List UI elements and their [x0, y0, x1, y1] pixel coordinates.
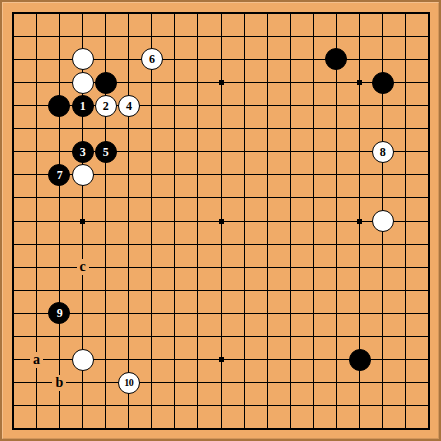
grid-line-horizontal [13, 244, 428, 245]
point-label-a: a [30, 352, 43, 368]
go-board: 12463578910abc [2, 2, 439, 439]
stone-move-number: 8 [380, 146, 386, 158]
white-stone [372, 210, 394, 232]
star-point [219, 219, 224, 224]
stone-move-number: 9 [57, 307, 63, 319]
stone-move-number: 5 [103, 146, 109, 158]
white-stone [72, 349, 94, 371]
white-stone [72, 48, 94, 70]
star-point [357, 80, 362, 85]
black-stone-move-5: 5 [95, 141, 117, 163]
grid-line-horizontal [13, 336, 428, 337]
star-point [80, 219, 85, 224]
grid-line-vertical [405, 13, 406, 428]
star-point [357, 219, 362, 224]
stone-move-number: 10 [124, 378, 133, 388]
grid-line-vertical [244, 13, 245, 428]
grid-line-horizontal [13, 382, 428, 383]
star-point [219, 357, 224, 362]
stone-move-number: 7 [57, 169, 63, 181]
white-stone [72, 72, 94, 94]
stone-move-number: 1 [80, 100, 86, 112]
go-board-frame: 12463578910abc [0, 0, 441, 441]
grid-line-vertical [313, 13, 314, 428]
grid-line-vertical [290, 13, 291, 428]
white-stone [72, 164, 94, 186]
stone-move-number: 4 [126, 100, 132, 112]
white-stone-move-8: 8 [372, 141, 394, 163]
white-stone-move-10: 10 [118, 372, 140, 394]
grid-line-vertical [267, 13, 268, 428]
grid-line-horizontal [13, 313, 428, 314]
grid-line-horizontal [13, 405, 428, 406]
black-stone-move-1: 1 [72, 95, 94, 117]
stone-move-number: 2 [103, 100, 109, 112]
grid-line-vertical [336, 13, 337, 428]
black-stone-move-3: 3 [72, 141, 94, 163]
star-point [219, 80, 224, 85]
white-stone-move-2: 2 [95, 95, 117, 117]
stone-move-number: 6 [149, 53, 155, 65]
black-stone [48, 95, 70, 117]
black-stone [349, 349, 371, 371]
point-label-b: b [52, 375, 66, 391]
black-stone [95, 72, 117, 94]
black-stone [372, 72, 394, 94]
point-label-c: c [77, 259, 89, 275]
grid-line-horizontal [13, 290, 428, 291]
stone-move-number: 3 [80, 146, 86, 158]
white-stone-move-4: 4 [118, 95, 140, 117]
